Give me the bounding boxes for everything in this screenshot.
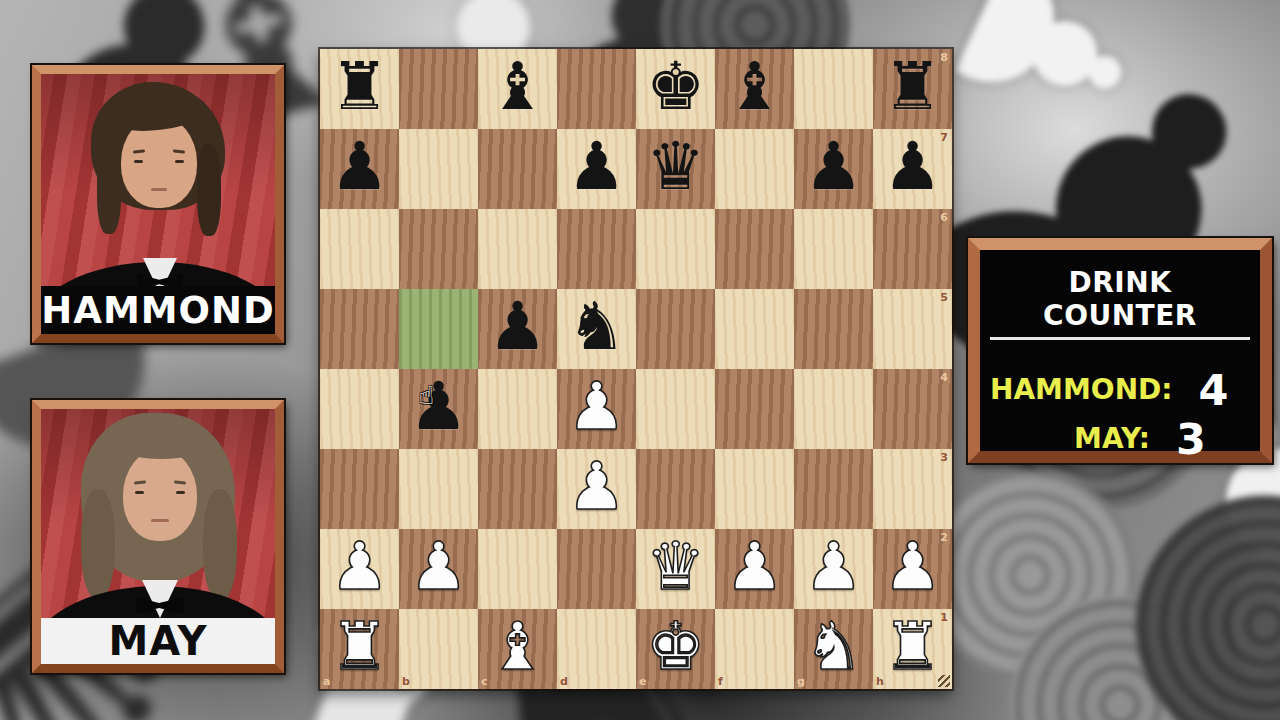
rank-label-3: 3 xyxy=(940,452,948,463)
square-h8[interactable]: ♜8 xyxy=(873,49,952,129)
square-d7[interactable]: ♟ xyxy=(557,129,636,209)
square-e3[interactable] xyxy=(636,449,715,529)
square-b8[interactable] xyxy=(399,49,478,129)
mouth xyxy=(151,188,167,191)
video-frame: ♟♝♟♟♟♟♟♞♜♟♛ HAMMOND xyxy=(0,0,1280,720)
square-f2[interactable]: ♟ xyxy=(715,529,794,609)
brow xyxy=(173,149,185,153)
file-label-g: g xyxy=(797,676,805,687)
square-e6[interactable] xyxy=(636,209,715,289)
black-pawn-a7: ♟ xyxy=(330,134,389,200)
file-label-h: h xyxy=(876,676,884,687)
square-g5[interactable] xyxy=(794,289,873,369)
square-g8[interactable] xyxy=(794,49,873,129)
white-pawn-a2: ♟ xyxy=(330,534,389,600)
file-label-d: d xyxy=(560,676,568,687)
white-king-e1: ♚ xyxy=(646,614,705,680)
file-label-b: b xyxy=(402,676,410,687)
counter-value-hammond: 4 xyxy=(1173,365,1250,415)
square-e5[interactable] xyxy=(636,289,715,369)
square-c6[interactable] xyxy=(478,209,557,289)
square-g3[interactable] xyxy=(794,449,873,529)
white-pawn-b2: ♟ xyxy=(409,534,468,600)
eye xyxy=(175,160,184,163)
square-f4[interactable] xyxy=(715,369,794,449)
counter-row-may: MAY: 3 xyxy=(990,415,1250,462)
square-e1[interactable]: ♚e xyxy=(636,609,715,689)
square-a5[interactable] xyxy=(320,289,399,369)
square-c4[interactable] xyxy=(478,369,557,449)
brow xyxy=(133,149,145,153)
hair-strand xyxy=(197,144,221,236)
square-f8[interactable]: ♝ xyxy=(715,49,794,129)
square-f7[interactable] xyxy=(715,129,794,209)
square-f6[interactable] xyxy=(715,209,794,289)
square-a1[interactable]: ♜a xyxy=(320,609,399,689)
hair-strand xyxy=(81,489,115,599)
player-name-label-may: MAY xyxy=(41,618,275,664)
square-d1[interactable]: d xyxy=(557,609,636,689)
square-b3[interactable] xyxy=(399,449,478,529)
square-h4[interactable]: 4 xyxy=(873,369,952,449)
white-pawn-d4: ♟ xyxy=(567,374,626,440)
square-b4[interactable]: ♟☝ xyxy=(399,369,478,449)
file-label-a: a xyxy=(323,676,330,687)
black-pawn-g7: ♟ xyxy=(804,134,863,200)
square-a8[interactable]: ♜ xyxy=(320,49,399,129)
black-knight-d5: ♞ xyxy=(567,294,626,360)
square-h5[interactable]: 5 xyxy=(873,289,952,369)
eye xyxy=(135,491,144,494)
hair-strand xyxy=(97,144,121,234)
rank-label-4: 4 xyxy=(940,372,948,383)
cursor-hand-icon: ☝ xyxy=(419,381,434,410)
player-name-label-hammond: HAMMOND xyxy=(41,286,275,334)
square-g6[interactable] xyxy=(794,209,873,289)
white-bishop-c1: ♝ xyxy=(488,614,547,680)
square-a7[interactable]: ♟ xyxy=(320,129,399,209)
mouth xyxy=(151,519,169,522)
drink-counter-title: DRINK COUNTER xyxy=(990,266,1250,340)
square-c7[interactable] xyxy=(478,129,557,209)
square-b6[interactable] xyxy=(399,209,478,289)
square-c2[interactable] xyxy=(478,529,557,609)
board-resize-grip[interactable] xyxy=(938,675,950,687)
counter-value-may: 3 xyxy=(1150,414,1250,464)
square-h6[interactable]: 6 xyxy=(873,209,952,289)
square-a4[interactable] xyxy=(320,369,399,449)
player-panel-may: MAY xyxy=(32,400,284,673)
drink-counter-panel: DRINK COUNTER HAMMOND: 4 MAY: 3 xyxy=(968,238,1272,463)
hair-strand xyxy=(203,489,237,601)
black-rook-h8: ♜ xyxy=(883,54,942,120)
square-c8[interactable]: ♝ xyxy=(478,49,557,129)
black-bishop-c8: ♝ xyxy=(488,54,547,120)
square-e4[interactable] xyxy=(636,369,715,449)
chess-board[interactable]: ♜♝♚♝♜8♟♟♛♟♟76♟♞5♟☝♟4♟3♟♟♛♟♟♟2♜ab♝cd♚ef♞g… xyxy=(320,49,952,689)
square-b5[interactable] xyxy=(399,289,478,369)
file-label-c: c xyxy=(481,676,488,687)
square-h3[interactable]: 3 xyxy=(873,449,952,529)
square-e2[interactable]: ♛ xyxy=(636,529,715,609)
rank-label-1: 1 xyxy=(940,612,948,623)
rank-label-8: 8 xyxy=(940,52,948,63)
white-pawn-h2: ♟ xyxy=(883,534,942,600)
black-pawn-h7: ♟ xyxy=(883,134,942,200)
brow xyxy=(134,480,146,484)
square-a6[interactable] xyxy=(320,209,399,289)
white-pawn-d3: ♟ xyxy=(567,454,626,520)
rank-label-5: 5 xyxy=(940,292,948,303)
square-d2[interactable] xyxy=(557,529,636,609)
counter-row-hammond: HAMMOND: 4 xyxy=(990,366,1250,413)
square-c5[interactable]: ♟ xyxy=(478,289,557,369)
square-d8[interactable] xyxy=(557,49,636,129)
fringe xyxy=(117,435,205,459)
square-a3[interactable] xyxy=(320,449,399,529)
black-king-e8: ♚ xyxy=(646,54,705,120)
square-g1[interactable]: ♞g xyxy=(794,609,873,689)
square-c1[interactable]: ♝c xyxy=(478,609,557,689)
player-panel-hammond: HAMMOND xyxy=(32,65,284,343)
white-knight-g1: ♞ xyxy=(804,614,863,680)
counter-label-hammond: HAMMOND: xyxy=(990,373,1173,406)
white-pawn-f2: ♟ xyxy=(725,534,784,600)
square-h1[interactable]: ♜1h xyxy=(873,609,952,689)
square-f1[interactable]: f xyxy=(715,609,794,689)
black-bishop-f8: ♝ xyxy=(725,54,784,120)
file-label-e: e xyxy=(639,676,646,687)
rank-label-2: 2 xyxy=(940,532,948,543)
square-f3[interactable] xyxy=(715,449,794,529)
square-g4[interactable] xyxy=(794,369,873,449)
rank-label-7: 7 xyxy=(940,132,948,143)
brow xyxy=(174,480,186,484)
square-b7[interactable] xyxy=(399,129,478,209)
square-d3[interactable]: ♟ xyxy=(557,449,636,529)
square-e7[interactable]: ♛ xyxy=(636,129,715,209)
black-pawn-b4: ♟ xyxy=(409,374,468,440)
square-e8[interactable]: ♚ xyxy=(636,49,715,129)
black-queen-e7: ♛ xyxy=(646,134,705,200)
square-g2[interactable]: ♟ xyxy=(794,529,873,609)
square-f5[interactable] xyxy=(715,289,794,369)
black-rook-a8: ♜ xyxy=(330,54,389,120)
square-h2[interactable]: ♟2 xyxy=(873,529,952,609)
square-d6[interactable] xyxy=(557,209,636,289)
file-label-f: f xyxy=(718,676,723,687)
square-c3[interactable] xyxy=(478,449,557,529)
square-d4[interactable]: ♟ xyxy=(557,369,636,449)
square-b1[interactable]: b xyxy=(399,609,478,689)
square-b2[interactable]: ♟ xyxy=(399,529,478,609)
white-pawn-g2: ♟ xyxy=(804,534,863,600)
black-pawn-d7: ♟ xyxy=(567,134,626,200)
face-shape xyxy=(123,449,197,541)
square-a2[interactable]: ♟ xyxy=(320,529,399,609)
square-h7[interactable]: ♟7 xyxy=(873,129,952,209)
rank-label-6: 6 xyxy=(940,212,948,223)
white-rook-h1: ♜ xyxy=(883,614,942,680)
square-g7[interactable]: ♟ xyxy=(794,129,873,209)
white-queen-e2: ♛ xyxy=(646,534,705,600)
counter-label-may: MAY: xyxy=(990,422,1150,455)
eye xyxy=(176,491,185,494)
square-d5[interactable]: ♞ xyxy=(557,289,636,369)
white-rook-a1: ♜ xyxy=(330,614,389,680)
black-pawn-c5: ♟ xyxy=(488,294,547,360)
eye xyxy=(134,160,143,163)
